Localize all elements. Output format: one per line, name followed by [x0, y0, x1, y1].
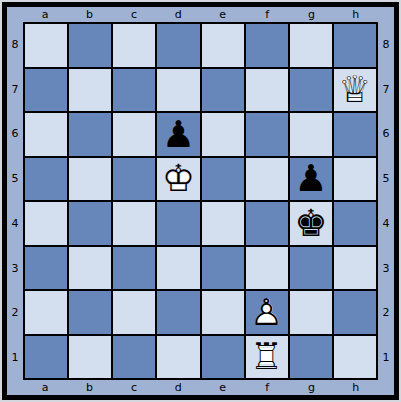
file-label-d-top: d	[156, 7, 200, 22]
file-label-e-top: e	[201, 7, 245, 22]
rank-label-5-right: 5	[378, 156, 394, 201]
piece-fill-layer: ♟	[158, 114, 198, 154]
square-a4[interactable]	[25, 202, 67, 245]
white-king-piece: ♚♔	[158, 159, 198, 199]
square-g7[interactable]	[290, 69, 332, 112]
file-label-g-bottom: g	[289, 380, 333, 395]
square-g2[interactable]	[290, 291, 332, 334]
square-c5[interactable]	[113, 158, 155, 201]
square-g6[interactable]	[290, 113, 332, 156]
square-g5[interactable]: ♟	[290, 158, 332, 201]
black-king-piece: ♚	[291, 203, 331, 243]
square-g4[interactable]: ♚	[290, 202, 332, 245]
board-frame: abcdefgh 87654321 ♛♕♟♚♔♟♚♟♙♜♖ 87654321 a…	[2, 2, 399, 400]
square-b7[interactable]	[69, 69, 111, 112]
file-label-b-top: b	[67, 7, 111, 22]
square-f8[interactable]	[246, 24, 288, 67]
square-h1[interactable]	[334, 336, 376, 379]
square-a7[interactable]	[25, 69, 67, 112]
square-h5[interactable]	[334, 158, 376, 201]
rank-label-3-right: 3	[378, 246, 394, 291]
chessboard-diagram: abcdefgh 87654321 ♛♕♟♚♔♟♚♟♙♜♖ 87654321 a…	[0, 0, 401, 402]
rank-label-8-right: 8	[378, 22, 394, 67]
square-f4[interactable]	[246, 202, 288, 245]
square-c4[interactable]	[113, 202, 155, 245]
file-label-c-top: c	[112, 7, 156, 22]
square-f2[interactable]: ♟♙	[246, 291, 288, 334]
rank-label-5-left: 5	[7, 156, 23, 201]
square-h8[interactable]	[334, 24, 376, 67]
square-b2[interactable]	[69, 291, 111, 334]
file-label-a-top: a	[23, 7, 67, 22]
square-f7[interactable]	[246, 69, 288, 112]
file-label-c-bottom: c	[112, 380, 156, 395]
piece-outline-layer: ♔	[158, 159, 198, 199]
rank-label-6-left: 6	[7, 112, 23, 157]
square-c8[interactable]	[113, 24, 155, 67]
square-e7[interactable]	[202, 69, 244, 112]
square-b5[interactable]	[69, 158, 111, 201]
square-d4[interactable]	[157, 202, 199, 245]
square-h6[interactable]	[334, 113, 376, 156]
square-e4[interactable]	[202, 202, 244, 245]
square-a2[interactable]	[25, 291, 67, 334]
rank-label-8-left: 8	[7, 22, 23, 67]
square-h4[interactable]	[334, 202, 376, 245]
file-label-d-bottom: d	[156, 380, 200, 395]
square-d5[interactable]: ♚♔	[157, 158, 199, 201]
file-label-f-bottom: f	[245, 380, 289, 395]
square-b1[interactable]	[69, 336, 111, 379]
piece-outline-layer: ♖	[247, 337, 287, 377]
square-c7[interactable]	[113, 69, 155, 112]
square-d7[interactable]	[157, 69, 199, 112]
square-h3[interactable]	[334, 247, 376, 290]
square-b4[interactable]	[69, 202, 111, 245]
square-b3[interactable]	[69, 247, 111, 290]
rank-label-3-left: 3	[7, 246, 23, 291]
square-h7[interactable]: ♛♕	[334, 69, 376, 112]
square-e2[interactable]	[202, 291, 244, 334]
white-rook-piece: ♜♖	[247, 337, 287, 377]
square-f1[interactable]: ♜♖	[246, 336, 288, 379]
square-e6[interactable]	[202, 113, 244, 156]
rank-label-4-right: 4	[378, 201, 394, 246]
file-labels-top: abcdefgh	[23, 7, 378, 22]
file-label-g-top: g	[289, 7, 333, 22]
file-labels-bottom: abcdefgh	[23, 380, 378, 395]
rank-label-2-left: 2	[7, 291, 23, 336]
file-label-h-bottom: h	[334, 380, 378, 395]
square-g8[interactable]	[290, 24, 332, 67]
rank-label-1-left: 1	[7, 335, 23, 380]
square-c1[interactable]	[113, 336, 155, 379]
rank-label-7-left: 7	[7, 67, 23, 112]
rank-labels-right: 87654321	[378, 22, 394, 380]
rank-labels-left: 87654321	[7, 22, 23, 380]
square-h2[interactable]	[334, 291, 376, 334]
piece-fill-layer: ♟	[291, 159, 331, 199]
rank-label-6-right: 6	[378, 112, 394, 157]
square-g3[interactable]	[290, 247, 332, 290]
square-f5[interactable]	[246, 158, 288, 201]
square-d2[interactable]	[157, 291, 199, 334]
white-pawn-piece: ♟♙	[247, 292, 287, 332]
square-e3[interactable]	[202, 247, 244, 290]
black-pawn-piece: ♟	[291, 159, 331, 199]
rank-label-7-right: 7	[378, 67, 394, 112]
square-d1[interactable]	[157, 336, 199, 379]
rank-label-1-right: 1	[378, 335, 394, 380]
square-f6[interactable]	[246, 113, 288, 156]
square-e1[interactable]	[202, 336, 244, 379]
chess-board: ♛♕♟♚♔♟♚♟♙♜♖	[23, 22, 378, 380]
black-pawn-piece: ♟	[158, 114, 198, 154]
file-label-a-bottom: a	[23, 380, 67, 395]
piece-outline-layer: ♙	[247, 292, 287, 332]
square-g1[interactable]	[290, 336, 332, 379]
square-d3[interactable]	[157, 247, 199, 290]
square-a1[interactable]	[25, 336, 67, 379]
square-d8[interactable]	[157, 24, 199, 67]
square-a8[interactable]	[25, 24, 67, 67]
file-label-f-top: f	[245, 7, 289, 22]
piece-fill-layer: ♚	[291, 203, 331, 243]
file-label-e-bottom: e	[201, 380, 245, 395]
square-f3[interactable]	[246, 247, 288, 290]
square-d6[interactable]: ♟	[157, 113, 199, 156]
rank-label-4-left: 4	[7, 201, 23, 246]
square-e8[interactable]	[202, 24, 244, 67]
square-e5[interactable]	[202, 158, 244, 201]
square-a5[interactable]	[25, 158, 67, 201]
square-c3[interactable]	[113, 247, 155, 290]
square-b6[interactable]	[69, 113, 111, 156]
rank-label-2-right: 2	[378, 291, 394, 336]
square-a6[interactable]	[25, 113, 67, 156]
file-label-b-bottom: b	[67, 380, 111, 395]
white-queen-piece: ♛♕	[335, 70, 375, 110]
piece-outline-layer: ♕	[335, 70, 375, 110]
square-a3[interactable]	[25, 247, 67, 290]
square-c6[interactable]	[113, 113, 155, 156]
square-b8[interactable]	[69, 24, 111, 67]
square-c2[interactable]	[113, 291, 155, 334]
file-label-h-top: h	[334, 7, 378, 22]
